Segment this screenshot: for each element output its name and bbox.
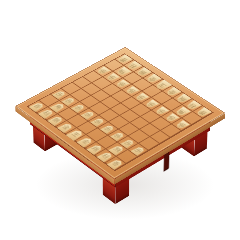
piece-kanji: 金: [80, 139, 90, 146]
piece-kanji: 歩: [117, 81, 127, 87]
piece-kanji: 歩: [177, 122, 187, 128]
piece-kanji: 金: [148, 76, 158, 82]
piece-kanji: 歩: [83, 112, 93, 118]
piece-kanji: 歩: [147, 101, 157, 107]
piece-kanji: 歩: [137, 94, 147, 100]
piece-kanji: 桂: [129, 63, 139, 69]
piece-kanji: 飛: [112, 147, 122, 154]
piece-kanji: 歩: [127, 88, 137, 94]
piece-kanji: 歩: [98, 68, 108, 74]
piece-kanji: 歩: [103, 126, 113, 132]
piece-kanji: 歩: [108, 74, 118, 80]
piece-kanji: 歩: [167, 115, 177, 121]
piece-kanji: 歩: [133, 147, 143, 154]
piece-kanji: 歩: [74, 105, 84, 111]
piece-kanji: 銀: [90, 146, 100, 153]
piece-kanji: 香: [32, 104, 42, 110]
product-photo-stage: 香桂銀金玉金銀桂香飛角歩歩歩歩歩歩歩歩歩歩歩歩歩歩歩歩歩歩角飛香桂銀金王金銀桂香: [0, 0, 240, 240]
piece-kanji: 飛: [118, 69, 128, 75]
piece-kanji: 角: [177, 109, 187, 115]
piece-kanji: 歩: [123, 140, 133, 147]
piece-kanji: 桂: [41, 110, 51, 116]
piece-kanji: 香: [119, 56, 129, 62]
piece-kanji: 香: [110, 161, 120, 168]
piece-kanji: 銀: [178, 96, 188, 102]
piece-kanji: 桂: [100, 153, 110, 160]
piece-kanji: 金: [61, 124, 71, 130]
piece-kanji: 王: [70, 131, 80, 138]
piece-kanji: 角: [53, 104, 63, 110]
piece-kanji: 金: [168, 89, 178, 95]
piece-kanji: 歩: [157, 108, 167, 114]
piece-kanji: 歩: [93, 119, 103, 125]
piece-kanji: 歩: [64, 98, 74, 104]
piece-kanji: 銀: [138, 69, 148, 75]
piece-kanji: 歩: [113, 133, 123, 140]
piece-kanji: 香: [198, 109, 208, 115]
piece-kanji: 銀: [51, 117, 61, 123]
piece-kanji: 桂: [188, 102, 198, 108]
piece-kanji: 玉: [158, 82, 168, 88]
piece-kanji: 歩: [55, 91, 65, 97]
